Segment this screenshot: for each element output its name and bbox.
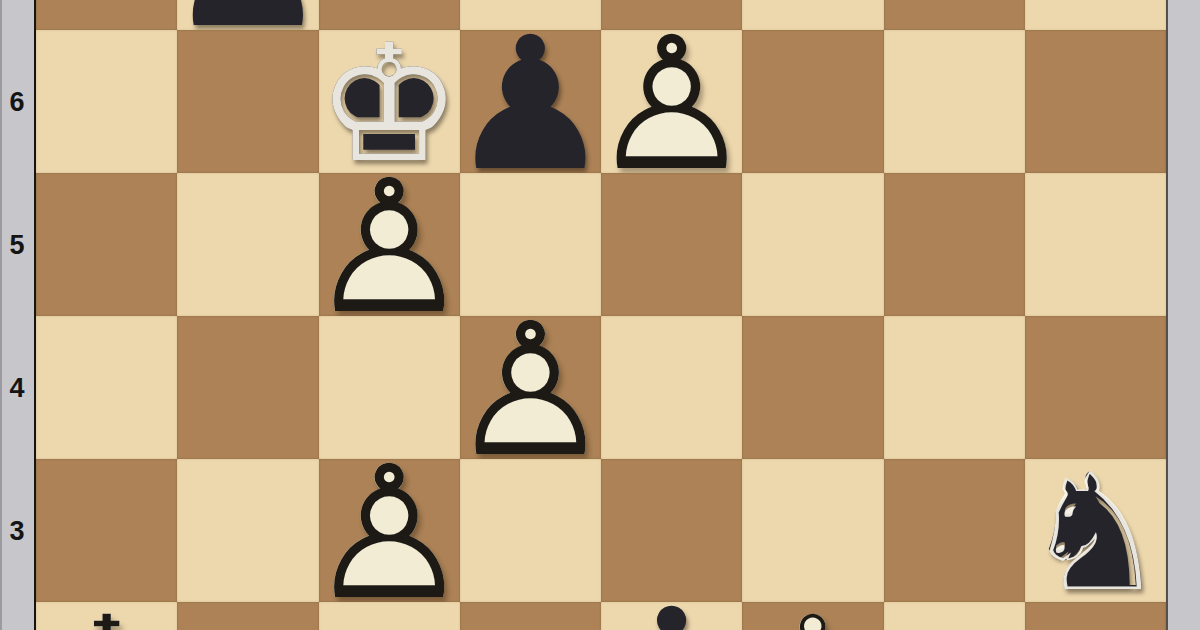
square-g4 [884, 316, 1025, 459]
square-b2 [177, 602, 318, 630]
rank-label-3: 3 [0, 516, 34, 546]
black-knight-outline-icon: ♘ [1023, 452, 1168, 614]
black-knight-icon: ♞ [1023, 452, 1168, 614]
square-g7 [884, 0, 1025, 30]
square-g3 [884, 459, 1025, 602]
white-pawn-outline-icon: ♙ [589, 12, 754, 196]
square-f4 [742, 316, 883, 459]
piece-white-pawn: ♟♙ [460, 316, 601, 459]
square-b6 [177, 30, 318, 173]
square-c5: ♟♙ [319, 173, 460, 316]
square-a6 [36, 30, 177, 173]
square-h6 [1025, 30, 1166, 173]
square-b7: ♟ [177, 0, 318, 30]
square-a3 [36, 459, 177, 602]
square-e5 [601, 173, 742, 316]
square-d3 [460, 459, 601, 602]
square-e3 [601, 459, 742, 602]
chess-board-diagram: 6 5 4 3 ♟♚♔♟♟♙♟♙♟♙♟♙♞♘♚♔♟♝♗ [0, 0, 1200, 630]
white-pawn-icon: ♟ [448, 298, 613, 482]
square-a7 [36, 0, 177, 30]
piece-white-pawn: ♟♙ [601, 30, 742, 173]
square-c4 [319, 316, 460, 459]
white-pawn-outline-icon: ♙ [448, 298, 613, 482]
black-king-icon: ♚ [317, 23, 462, 185]
square-f6 [742, 30, 883, 173]
white-pawn-icon: ♟ [589, 12, 754, 196]
square-d4: ♟♙ [460, 316, 601, 459]
rank-label-5: 5 [0, 230, 34, 260]
square-a5 [36, 173, 177, 316]
piece-white-pawn: ♟♙ [319, 459, 460, 602]
piece-black-king: ♚♔ [319, 30, 460, 173]
piece-black-pawn: ♟ [601, 602, 742, 630]
white-pawn-outline-icon: ♙ [307, 441, 472, 625]
piece-white-king: ♚♔ [36, 602, 177, 630]
square-h5 [1025, 173, 1166, 316]
piece-white-bishop: ♝♗ [742, 602, 883, 630]
square-h7 [1025, 0, 1166, 30]
square-c3: ♟♙ [319, 459, 460, 602]
square-a4 [36, 316, 177, 459]
black-king-outline-icon: ♔ [317, 23, 462, 185]
square-e6: ♟♙ [601, 30, 742, 173]
rank-label-6: 6 [0, 87, 34, 117]
square-d7 [460, 0, 601, 30]
square-e4 [601, 316, 742, 459]
square-c7 [319, 0, 460, 30]
square-f2: ♝♗ [742, 602, 883, 630]
piece-black-pawn: ♟ [460, 30, 601, 173]
black-pawn-icon: ♟ [448, 12, 613, 196]
white-pawn-icon: ♟ [307, 441, 472, 625]
white-pawn-outline-icon: ♙ [307, 155, 472, 339]
square-e7 [601, 0, 742, 30]
square-d5 [460, 173, 601, 316]
square-c6: ♚♔ [319, 30, 460, 173]
square-d6: ♟ [460, 30, 601, 173]
square-a2: ♚♔ [36, 602, 177, 630]
square-h3: ♞♘ [1025, 459, 1166, 602]
square-f3 [742, 459, 883, 602]
square-g6 [884, 30, 1025, 173]
square-f5 [742, 173, 883, 316]
square-f7 [742, 0, 883, 30]
piece-black-pawn: ♟ [177, 0, 318, 30]
square-h4 [1025, 316, 1166, 459]
square-c2 [319, 602, 460, 630]
square-g2 [884, 602, 1025, 630]
square-b3 [177, 459, 318, 602]
board-right-edge-line [1166, 0, 1168, 630]
piece-white-pawn: ♟♙ [319, 173, 460, 316]
rank-label-4: 4 [0, 373, 34, 403]
square-h2 [1025, 602, 1166, 630]
board-grid: ♟♚♔♟♟♙♟♙♟♙♟♙♞♘♚♔♟♝♗ [36, 0, 1166, 630]
square-b5 [177, 173, 318, 316]
square-g5 [884, 173, 1025, 316]
white-pawn-icon: ♟ [307, 155, 472, 339]
square-e2: ♟ [601, 602, 742, 630]
square-b4 [177, 316, 318, 459]
board-left-edge-line [34, 0, 36, 630]
board-right-border [1168, 0, 1200, 630]
piece-black-knight: ♞♘ [1025, 459, 1166, 602]
square-d2 [460, 602, 601, 630]
